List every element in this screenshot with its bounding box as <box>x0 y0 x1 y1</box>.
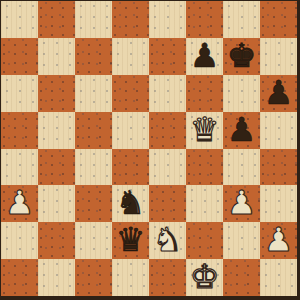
square-a2[interactable] <box>1 222 38 259</box>
square-e2[interactable]: ♞ <box>149 222 186 259</box>
square-f2[interactable] <box>186 222 223 259</box>
square-b1[interactable] <box>38 259 75 296</box>
square-g8[interactable] <box>223 1 260 38</box>
square-e4[interactable] <box>149 149 186 186</box>
square-a5[interactable] <box>1 112 38 149</box>
square-a1[interactable] <box>1 259 38 296</box>
chess-board: ♟♚♟♛♟♟♞♟♛♞♟♚ <box>0 0 300 300</box>
square-e3[interactable] <box>149 185 186 222</box>
square-d8[interactable] <box>112 1 149 38</box>
square-f5[interactable]: ♛ <box>186 112 223 149</box>
square-h7[interactable] <box>260 38 297 75</box>
white-king-f1[interactable]: ♚ <box>190 260 220 293</box>
white-queen-f5[interactable]: ♛ <box>190 113 220 146</box>
white-pawn-g3[interactable]: ♟ <box>227 186 257 219</box>
square-c2[interactable] <box>75 222 112 259</box>
square-c7[interactable] <box>75 38 112 75</box>
square-e5[interactable] <box>149 112 186 149</box>
black-knight-d3[interactable]: ♞ <box>116 186 146 219</box>
square-d5[interactable] <box>112 112 149 149</box>
square-g7[interactable]: ♚ <box>223 38 260 75</box>
square-d2[interactable]: ♛ <box>112 222 149 259</box>
square-e6[interactable] <box>149 75 186 112</box>
square-a3[interactable]: ♟ <box>1 185 38 222</box>
square-g6[interactable] <box>223 75 260 112</box>
square-b3[interactable] <box>38 185 75 222</box>
square-c3[interactable] <box>75 185 112 222</box>
square-d4[interactable] <box>112 149 149 186</box>
square-a8[interactable] <box>1 1 38 38</box>
square-h6[interactable]: ♟ <box>260 75 297 112</box>
square-c6[interactable] <box>75 75 112 112</box>
square-h1[interactable] <box>260 259 297 296</box>
black-pawn-f7[interactable]: ♟ <box>190 39 220 72</box>
square-c8[interactable] <box>75 1 112 38</box>
square-c1[interactable] <box>75 259 112 296</box>
square-g4[interactable] <box>223 149 260 186</box>
square-f1[interactable]: ♚ <box>186 259 223 296</box>
square-f6[interactable] <box>186 75 223 112</box>
square-g2[interactable] <box>223 222 260 259</box>
chess-board-grid: ♟♚♟♛♟♟♞♟♛♞♟♚ <box>1 1 297 296</box>
square-h3[interactable] <box>260 185 297 222</box>
square-f7[interactable]: ♟ <box>186 38 223 75</box>
square-d1[interactable] <box>112 259 149 296</box>
square-f4[interactable] <box>186 149 223 186</box>
white-pawn-h2[interactable]: ♟ <box>264 223 294 256</box>
square-h5[interactable] <box>260 112 297 149</box>
square-a7[interactable] <box>1 38 38 75</box>
black-king-g7[interactable]: ♚ <box>227 39 257 72</box>
black-queen-d2[interactable]: ♛ <box>116 223 146 256</box>
square-d6[interactable] <box>112 75 149 112</box>
square-f8[interactable] <box>186 1 223 38</box>
white-knight-e2[interactable]: ♞ <box>153 223 183 256</box>
square-f3[interactable] <box>186 185 223 222</box>
square-e7[interactable] <box>149 38 186 75</box>
black-pawn-g5[interactable]: ♟ <box>227 113 257 146</box>
square-a6[interactable] <box>1 75 38 112</box>
square-b5[interactable] <box>38 112 75 149</box>
square-c4[interactable] <box>75 149 112 186</box>
square-b8[interactable] <box>38 1 75 38</box>
square-g1[interactable] <box>223 259 260 296</box>
square-c5[interactable] <box>75 112 112 149</box>
square-d7[interactable] <box>112 38 149 75</box>
square-d3[interactable]: ♞ <box>112 185 149 222</box>
square-h4[interactable] <box>260 149 297 186</box>
square-e1[interactable] <box>149 259 186 296</box>
square-b7[interactable] <box>38 38 75 75</box>
square-h2[interactable]: ♟ <box>260 222 297 259</box>
white-pawn-a3[interactable]: ♟ <box>5 186 35 219</box>
square-g5[interactable]: ♟ <box>223 112 260 149</box>
square-b4[interactable] <box>38 149 75 186</box>
square-g3[interactable]: ♟ <box>223 185 260 222</box>
square-a4[interactable] <box>1 149 38 186</box>
square-b6[interactable] <box>38 75 75 112</box>
square-e8[interactable] <box>149 1 186 38</box>
square-h8[interactable] <box>260 1 297 38</box>
square-b2[interactable] <box>38 222 75 259</box>
black-pawn-h6[interactable]: ♟ <box>264 76 294 109</box>
